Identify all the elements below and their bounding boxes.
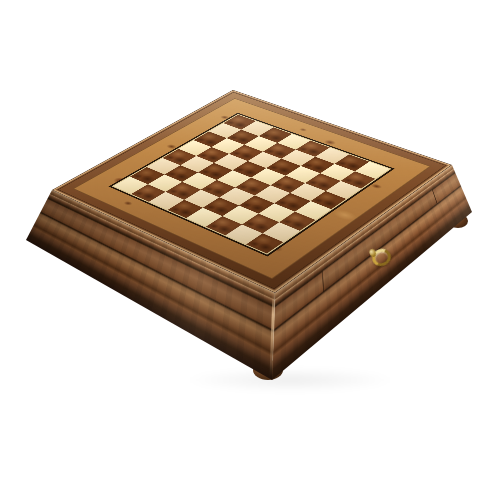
- ground-shadow: [185, 368, 395, 392]
- chess-board: [114, 115, 390, 254]
- chessboard-case-photo: Wooden chessboard storage case with burl…: [0, 0, 480, 480]
- inlay-border: [109, 113, 395, 257]
